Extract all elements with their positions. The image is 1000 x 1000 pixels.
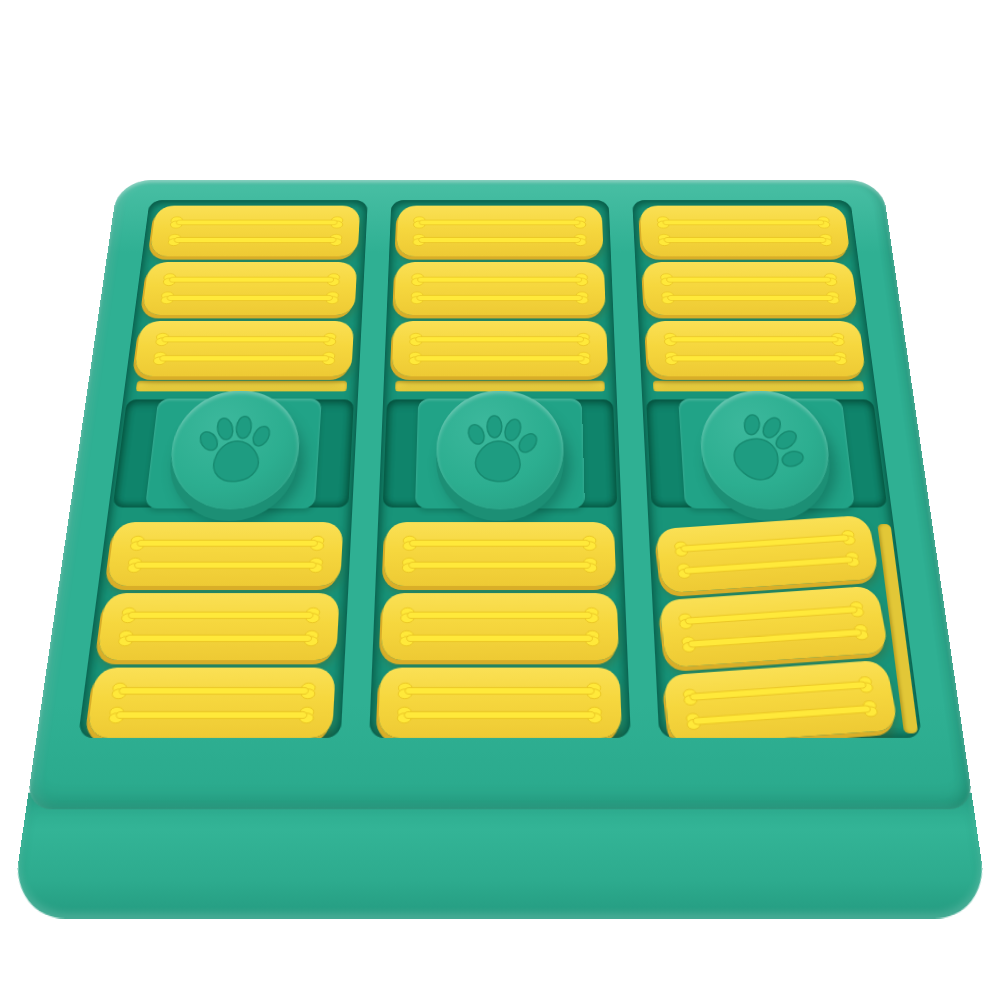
bone-slider-c2-r6[interactable] <box>380 593 619 660</box>
bottom-slider-group-col2 <box>369 516 631 738</box>
bone-ridge-icon <box>662 332 847 345</box>
bone-ridge-icon <box>398 630 603 646</box>
channel-3 <box>632 200 922 738</box>
channel-1 <box>78 200 368 738</box>
bone-ridge-icon <box>158 291 341 304</box>
bone-slider-c3-r2[interactable] <box>643 262 858 315</box>
top-slider-group-col1 <box>126 200 367 376</box>
bone-ridge-icon <box>165 234 344 246</box>
bone-slider-c2-r3[interactable] <box>391 321 608 376</box>
bone-slider-c2-r7[interactable] <box>377 668 622 738</box>
bone-slider-c3-r1[interactable] <box>640 206 850 257</box>
paw-button-col2[interactable] <box>435 391 565 510</box>
bone-ridge-icon <box>656 234 835 246</box>
bone-ridge-icon <box>109 682 318 698</box>
bone-ridge-icon <box>106 706 317 723</box>
bone-ridge-icon <box>675 551 863 579</box>
bone-ridge-icon <box>160 273 341 285</box>
paw-print-icon <box>443 398 555 503</box>
button-track-col2 <box>382 399 617 507</box>
puzzle-board-top-face <box>26 180 974 809</box>
bone-slider-c1-r1[interactable] <box>150 206 360 257</box>
bone-ridge-icon <box>412 216 589 228</box>
bone-ridge-icon <box>168 216 345 228</box>
bone-ridge-icon <box>151 351 338 364</box>
bone-ridge-icon <box>409 291 591 304</box>
bone-ridge-icon <box>125 557 326 572</box>
bone-ridge-icon <box>658 273 839 285</box>
bone-ridge-icon <box>400 557 600 572</box>
button-track-col3 <box>646 399 887 507</box>
bone-ridge-icon <box>663 351 850 364</box>
board-front-edge <box>10 793 990 919</box>
bone-ridge-icon <box>679 623 871 652</box>
bone-slider-c1-r7[interactable] <box>87 668 336 738</box>
bone-slider-c2-r5[interactable] <box>383 522 616 586</box>
bone-ridge-icon <box>115 630 320 646</box>
dog-puzzle-toy <box>10 180 990 918</box>
bone-ridge-icon <box>118 607 322 623</box>
bone-ridge-icon <box>411 234 589 246</box>
bone-slider-c3-r6[interactable] <box>659 586 889 668</box>
top-slider-group-col2 <box>384 200 617 376</box>
bone-slider-c3-r3[interactable] <box>646 321 866 376</box>
bone-ridge-icon <box>127 535 326 550</box>
bottom-slider-group-col3 <box>648 516 922 738</box>
bone-slider-c2-r1[interactable] <box>396 206 604 257</box>
bone-ridge-icon <box>659 291 842 304</box>
bone-ridge-icon <box>408 332 593 345</box>
bone-ridge-icon <box>398 607 601 623</box>
bone-slider-c3-r7[interactable] <box>663 660 899 738</box>
bone-ridge-icon <box>683 699 880 730</box>
bone-slider-c1-r3[interactable] <box>134 321 354 376</box>
bone-ridge-icon <box>407 351 593 364</box>
bone-slider-c1-r6[interactable] <box>97 593 340 660</box>
bottom-slider-group-col1 <box>78 516 352 738</box>
bone-slider-c2-r2[interactable] <box>394 262 606 315</box>
bone-ridge-icon <box>153 332 338 345</box>
top-slider-group-col3 <box>632 200 873 376</box>
bone-ridge-icon <box>410 273 591 285</box>
paw-print-icon <box>184 398 289 503</box>
product-photo-background <box>0 0 1000 1000</box>
bone-slider-c3-r5[interactable] <box>655 515 880 593</box>
bone-slider-c1-r5[interactable] <box>107 522 344 586</box>
button-track-col1 <box>113 399 354 507</box>
bone-ridge-icon <box>395 706 605 723</box>
channel-2 <box>369 200 631 738</box>
bone-ridge-icon <box>401 535 599 550</box>
bone-ridge-icon <box>655 216 832 228</box>
bone-slider-c1-r2[interactable] <box>142 262 357 315</box>
bone-ridge-icon <box>396 682 604 698</box>
